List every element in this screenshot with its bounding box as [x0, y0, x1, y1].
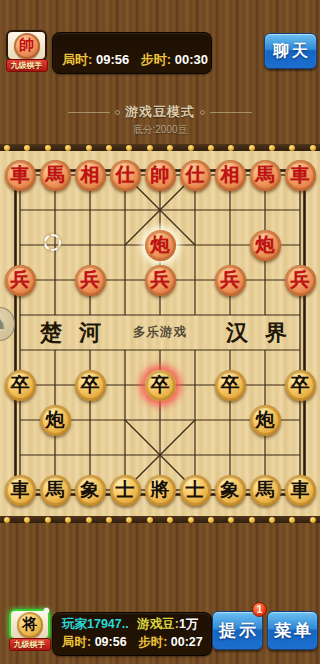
- piece-black-卒[interactable]: 卒: [145, 370, 176, 401]
- piece-red-相[interactable]: 相: [75, 160, 106, 191]
- player-name: 玩家17947..: [62, 617, 129, 631]
- hint-button[interactable]: 提示: [212, 611, 263, 650]
- gold-stud: [65, 517, 71, 523]
- xiangqi-app-screen: { "game": "xiangqi", "position": { "fen"…: [0, 0, 320, 664]
- piece-red-仕[interactable]: 仕: [180, 160, 211, 191]
- piece-red-馬[interactable]: 馬: [250, 160, 281, 191]
- piece-black-象[interactable]: 象: [75, 475, 106, 506]
- opponent-timers: 局时: 09:56 步时: 00:30: [62, 51, 202, 68]
- gold-stud: [228, 517, 234, 523]
- piece-black-車[interactable]: 車: [285, 475, 316, 506]
- piece-black-將[interactable]: 將: [145, 475, 176, 506]
- gold-stud: [24, 517, 30, 523]
- piece-black-卒[interactable]: 卒: [215, 370, 246, 401]
- player-step-time-value: 00:27: [171, 635, 203, 649]
- river-label-han-jie: 汉界: [226, 317, 304, 349]
- hint-notification-badge: 1: [252, 602, 267, 617]
- opponent-name-faint: [62, 38, 202, 51]
- gold-stud: [188, 517, 194, 523]
- piece-black-卒[interactable]: 卒: [75, 370, 106, 401]
- player-identity-line: 玩家17947.. 游戏豆:1万: [62, 615, 202, 633]
- piece-red-炮[interactable]: 炮: [250, 230, 281, 261]
- ornament-line-right: [210, 112, 252, 113]
- piece-red-炮[interactable]: 炮: [145, 230, 176, 261]
- piece-black-車[interactable]: 車: [5, 475, 36, 506]
- player-avatar[interactable]: 将 九级棋手: [9, 609, 50, 640]
- opponent-avatar[interactable]: 帥 九级棋手: [6, 30, 47, 61]
- gold-stud: [126, 517, 132, 523]
- piece-black-士[interactable]: 士: [180, 475, 211, 506]
- mode-banner: 游戏豆模式 底分:2000豆: [0, 103, 320, 137]
- ornament-dot-right: [200, 110, 205, 115]
- gold-stud: [167, 517, 173, 523]
- piece-black-象[interactable]: 象: [215, 475, 246, 506]
- piece-black-卒[interactable]: 卒: [285, 370, 316, 401]
- chat-button[interactable]: 聊天: [264, 33, 317, 69]
- piece-red-車[interactable]: 車: [5, 160, 36, 191]
- piece-black-卒[interactable]: 卒: [5, 370, 36, 401]
- avatar-shine-dot: [44, 608, 49, 613]
- piece-black-士[interactable]: 士: [110, 475, 141, 506]
- gold-stud: [249, 517, 255, 523]
- gold-stud: [269, 517, 275, 523]
- piece-red-兵[interactable]: 兵: [285, 265, 316, 296]
- mode-title: 游戏豆模式: [125, 103, 195, 121]
- xiangqi-board[interactable]: 楚河 汉界 多乐游戏 ♞ 車馬相仕帥仕相馬車炮炮兵兵兵兵兵卒卒卒卒卒炮炮車馬象士…: [0, 150, 320, 517]
- piece-black-馬[interactable]: 馬: [40, 475, 71, 506]
- piece-red-馬[interactable]: 馬: [40, 160, 71, 191]
- gold-stud: [45, 517, 51, 523]
- gold-stud: [289, 517, 295, 523]
- opponent-step-time-value: 00:30: [175, 52, 208, 67]
- river-label-chu-he: 楚河: [40, 317, 118, 349]
- menu-button[interactable]: 菜单: [267, 611, 318, 650]
- gold-stud: [310, 517, 316, 523]
- gold-stud: [208, 517, 214, 523]
- player-piece-icon: 将: [17, 612, 43, 638]
- crosshair-marker: [44, 234, 61, 251]
- piece-red-兵[interactable]: 兵: [75, 265, 106, 296]
- opponent-piece-icon: 帥: [14, 33, 40, 59]
- piece-red-兵[interactable]: 兵: [5, 265, 36, 296]
- player-game-time-value: 09:56: [95, 635, 127, 649]
- player-timers: 局时: 09:56 步时: 00:27: [62, 633, 202, 651]
- player-rank-badge: 九级棋手: [9, 638, 51, 651]
- beans-value: 1万: [179, 617, 198, 631]
- beans-label: 游戏豆:: [137, 617, 179, 631]
- ornament-dot-left: [115, 110, 120, 115]
- piece-red-帥[interactable]: 帥: [145, 160, 176, 191]
- piece-black-馬[interactable]: 馬: [250, 475, 281, 506]
- opponent-rank-badge: 九级棋手: [6, 59, 48, 72]
- opponent-step-time-label: 步时:: [141, 52, 171, 67]
- player-info-panel: 玩家17947.. 游戏豆:1万 局时: 09:56 步时: 00:27: [52, 612, 212, 656]
- opponent-game-time-label: 局时:: [62, 52, 92, 67]
- gold-stud: [147, 517, 153, 523]
- river-watermark: 多乐游戏: [108, 324, 212, 341]
- piece-red-仕[interactable]: 仕: [110, 160, 141, 191]
- piece-red-兵[interactable]: 兵: [145, 265, 176, 296]
- piece-black-炮[interactable]: 炮: [40, 405, 71, 436]
- mode-base-score: 底分:2000豆: [0, 123, 320, 137]
- piece-red-兵[interactable]: 兵: [215, 265, 246, 296]
- piece-red-車[interactable]: 車: [285, 160, 316, 191]
- player-game-time-label: 局时:: [62, 635, 91, 649]
- gold-stud: [4, 517, 10, 523]
- piece-red-相[interactable]: 相: [215, 160, 246, 191]
- gold-stud: [86, 517, 92, 523]
- piece-black-炮[interactable]: 炮: [250, 405, 281, 436]
- player-step-time-label: 步时:: [138, 635, 167, 649]
- opponent-game-time-value: 09:56: [96, 52, 129, 67]
- board-bottom-edge: [0, 516, 320, 523]
- opponent-timer-panel: 局时: 09:56 步时: 00:30: [52, 32, 212, 74]
- gold-stud: [106, 517, 112, 523]
- ornament-line-left: [68, 112, 110, 113]
